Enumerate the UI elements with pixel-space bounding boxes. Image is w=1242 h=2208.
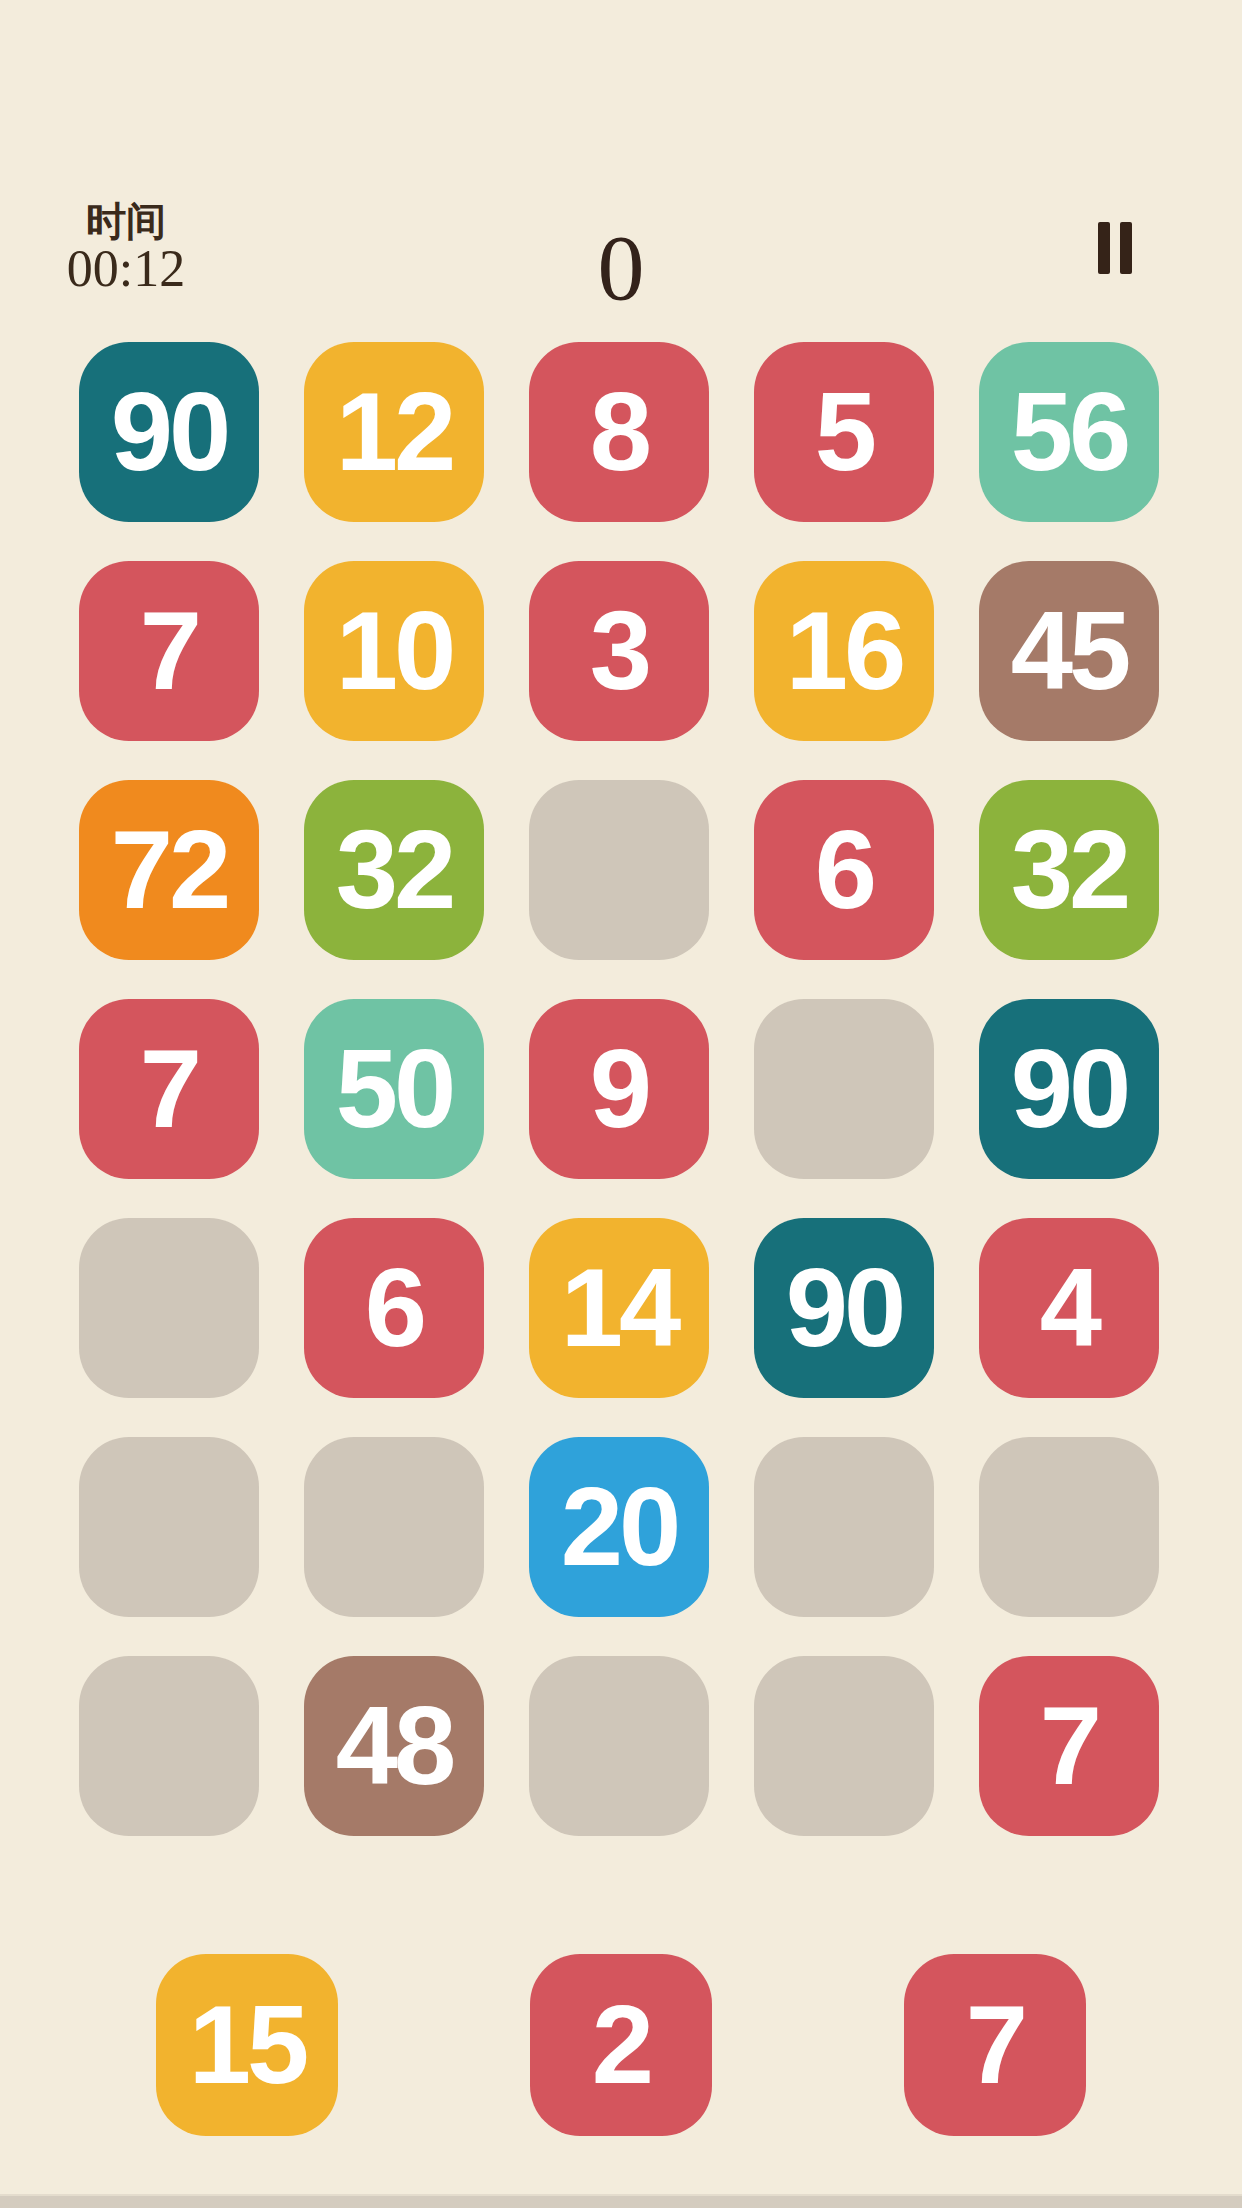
tile-r4c3[interactable]: 9: [529, 999, 709, 1179]
tile-r2c4[interactable]: 16: [754, 561, 934, 741]
tile-r1c2[interactable]: 12: [304, 342, 484, 522]
tile-r5c3[interactable]: 14: [529, 1218, 709, 1398]
empty-cell-r6c4[interactable]: [754, 1437, 934, 1617]
empty-cell-r7c3[interactable]: [529, 1656, 709, 1836]
empty-cell-r7c4[interactable]: [754, 1656, 934, 1836]
tile-r5c2[interactable]: 6: [304, 1218, 484, 1398]
tray-tile-2[interactable]: 2: [530, 1954, 712, 2136]
tile-r5c4[interactable]: 90: [754, 1218, 934, 1398]
tray-tile-3[interactable]: 7: [904, 1954, 1086, 2136]
empty-cell-r6c1[interactable]: [79, 1437, 259, 1617]
tile-r6c3[interactable]: 20: [529, 1437, 709, 1617]
tile-r3c4[interactable]: 6: [754, 780, 934, 960]
bottom-strip: [0, 2194, 1242, 2208]
tile-r7c5[interactable]: 7: [979, 1656, 1159, 1836]
tile-r2c1[interactable]: 7: [79, 561, 259, 741]
tile-r1c1[interactable]: 90: [79, 342, 259, 522]
tile-r1c5[interactable]: 56: [979, 342, 1159, 522]
score-value: 0: [0, 220, 1242, 314]
tile-r1c4[interactable]: 5: [754, 342, 934, 522]
empty-cell-r7c1[interactable]: [79, 1656, 259, 1836]
tile-r3c5[interactable]: 32: [979, 780, 1159, 960]
tray-tile-1[interactable]: 15: [156, 1954, 338, 2136]
pause-icon: [1120, 222, 1132, 274]
pause-icon: [1098, 222, 1110, 274]
game-board: 9012855671031645723263275099061490420487: [79, 342, 1159, 1836]
tile-r2c5[interactable]: 45: [979, 561, 1159, 741]
empty-cell-r4c4[interactable]: [754, 999, 934, 1179]
tile-r2c2[interactable]: 10: [304, 561, 484, 741]
empty-cell-r5c1[interactable]: [79, 1218, 259, 1398]
tile-r7c2[interactable]: 48: [304, 1656, 484, 1836]
tile-r2c3[interactable]: 3: [529, 561, 709, 741]
empty-cell-r3c3[interactable]: [529, 780, 709, 960]
pause-button[interactable]: [1098, 222, 1132, 274]
tile-r5c5[interactable]: 4: [979, 1218, 1159, 1398]
empty-cell-r6c2[interactable]: [304, 1437, 484, 1617]
tile-r4c1[interactable]: 7: [79, 999, 259, 1179]
tile-r3c1[interactable]: 72: [79, 780, 259, 960]
empty-cell-r6c5[interactable]: [979, 1437, 1159, 1617]
tile-r4c5[interactable]: 90: [979, 999, 1159, 1179]
tile-r1c3[interactable]: 8: [529, 342, 709, 522]
tile-r3c2[interactable]: 32: [304, 780, 484, 960]
tile-r4c2[interactable]: 50: [304, 999, 484, 1179]
